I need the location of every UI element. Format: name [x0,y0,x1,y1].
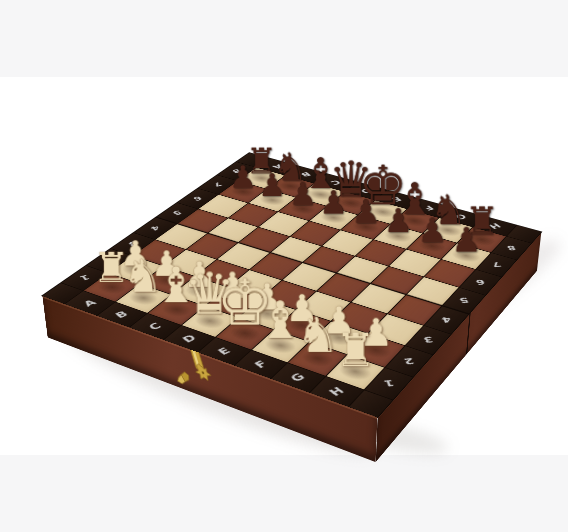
white-pawn-glyph: ♟ [322,301,356,337]
white-pawn-glyph: ♟ [216,267,248,301]
rank-label-left-4-text: 4 [149,224,162,232]
piece-white-knight-g1: ♞ [292,277,342,358]
piece-white-pawn-g2: ♟ [314,258,363,337]
rank-label-left-8-text: 8 [230,167,242,173]
piece-shadow-e2 [245,302,288,324]
white-knight-glyph: ♞ [295,312,339,358]
file-label-far-D-text: D [358,186,373,194]
file-label-far-B-text: B [299,170,313,177]
rank-label-left-5-text: 5 [171,209,184,216]
white-rook-glyph: ♜ [334,328,375,372]
white-pawn-glyph: ♟ [250,278,283,313]
white-bishop-glyph: ♝ [153,263,197,310]
white-queen-glyph: ♛ [183,266,234,320]
product-photo-page: ABCDEFGH8877665544332211ABCDEFGH [0,0,568,532]
rank-label-left-3-text: 3 [126,239,139,247]
rank-label-left-7-text: 7 [211,181,223,188]
piece-white-bishop-f1: ♝ [255,265,304,345]
rank-label-right-8-text: 8 [505,244,517,251]
chess-set-scene: ABCDEFGH8877665544332211ABCDEFGH [0,0,568,532]
piece-shadow-b2 [146,269,187,289]
file-label-far-A-text: A [270,163,284,170]
piece-shadow-h1 [332,359,377,384]
file-label-far-C-text: C [328,178,342,185]
piece-shadow-f1 [258,333,302,357]
white-bishop-glyph: ♝ [257,297,303,346]
piece-shadow-g1 [294,346,339,370]
piece-shadow-c2 [178,280,220,301]
piece-white-rook-h1: ♜ [330,289,381,372]
file-label-far-H-text: H [486,221,503,230]
piece-shadow-a1 [90,276,132,296]
file-label-far-E-text: E [389,195,403,203]
white-pawn-glyph: ♟ [285,290,318,325]
white-pawn-glyph: ♟ [359,313,393,349]
piece-white-king-e1: ♚ [220,254,268,333]
piece-shadow-f2 [280,314,323,336]
file-label-far-F-text: F [421,204,436,212]
piece-shadow-d1 [188,310,231,332]
piece-shadow-d2 [211,291,253,312]
piece-shadow-g2 [316,325,360,348]
piece-shadow-b1 [122,287,164,308]
fold-seam-side-crack [465,311,470,354]
white-king-glyph: ♚ [215,272,272,332]
rank-label-left-6-text: 6 [191,194,203,201]
piece-shadow-c1 [154,298,197,320]
chess-board: ABCDEFGH8877665544332211ABCDEFGH [42,152,541,416]
file-label-far-G-text: G [453,212,469,220]
piece-shadow-h2 [353,338,397,362]
piece-shadow-e1 [222,321,266,344]
piece-white-pawn-h2: ♟ [351,269,400,350]
